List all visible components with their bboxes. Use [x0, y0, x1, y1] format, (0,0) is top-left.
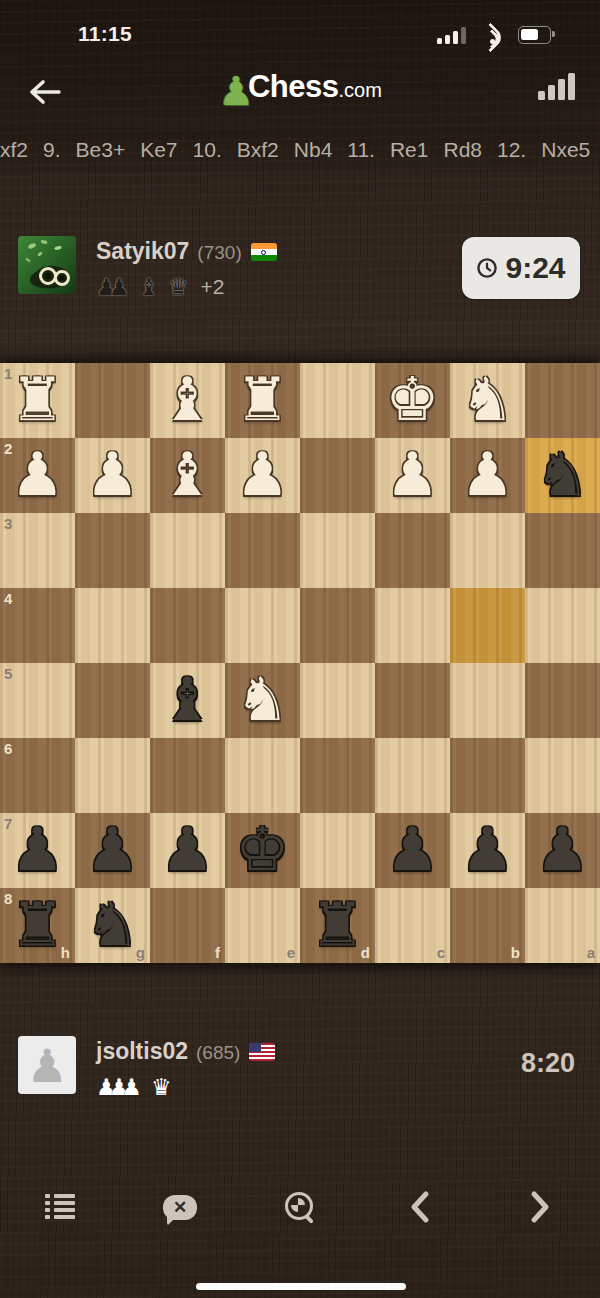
square-a6[interactable]	[525, 738, 600, 813]
chat-disabled-icon[interactable]: ✕	[150, 1182, 210, 1232]
square-c8[interactable]: c	[375, 888, 450, 963]
move-token[interactable]: Nxe5	[541, 138, 590, 162]
square-c2[interactable]: ♟	[375, 438, 450, 513]
square-f5[interactable]: ♝	[150, 663, 225, 738]
move-token[interactable]: Bxf2	[237, 138, 279, 162]
file-label-h: h	[61, 944, 70, 961]
square-d6[interactable]	[300, 738, 375, 813]
clock-bottom-time: 8:20	[521, 1048, 575, 1079]
rank-label-7: 7	[4, 815, 12, 832]
square-f6[interactable]	[150, 738, 225, 813]
square-h3[interactable]: 3	[0, 513, 75, 588]
chess-app-screen: 11:15 ♟Chess.com xf29.Be3+Ke710.Bxf2Nb41…	[0, 0, 600, 1298]
avatar-top[interactable]	[18, 236, 76, 294]
square-b4[interactable]	[450, 588, 525, 663]
move-token[interactable]: Re1	[390, 138, 429, 162]
black-knight-a2[interactable]: ♞	[525, 438, 600, 511]
previous-move-icon[interactable]	[390, 1182, 450, 1232]
player-top-rating: (730)	[197, 242, 241, 263]
square-c7[interactable]: ♟	[375, 813, 450, 888]
chesscom-logo: ♟Chess.com	[0, 68, 600, 114]
move-token[interactable]: Ke7	[140, 138, 177, 162]
clock-icon	[476, 257, 498, 279]
india-flag-icon	[251, 243, 277, 261]
square-g1[interactable]	[75, 363, 150, 438]
square-b5[interactable]	[450, 663, 525, 738]
square-f4[interactable]	[150, 588, 225, 663]
square-c3[interactable]	[375, 513, 450, 588]
player-top-name[interactable]: Satyik07	[96, 238, 189, 264]
captured-pieces-bottom: ♟♟♟♛	[96, 1072, 172, 1102]
square-g3[interactable]	[75, 513, 150, 588]
square-g2[interactable]: ♟	[75, 438, 150, 513]
app-header: ♟Chess.com	[0, 62, 600, 122]
square-a1[interactable]	[525, 363, 600, 438]
bottom-toolbar: ✕	[0, 1182, 600, 1232]
square-b3[interactable]	[450, 513, 525, 588]
clock-top-time: 9:24	[505, 251, 565, 285]
black-bishop-f5[interactable]: ♝	[150, 663, 225, 736]
move-token[interactable]: Be3+	[76, 138, 126, 162]
square-e2[interactable]: ♟	[225, 438, 300, 513]
square-d2[interactable]	[300, 438, 375, 513]
square-e4[interactable]	[225, 588, 300, 663]
square-a5[interactable]	[525, 663, 600, 738]
player-bottom-nameline: jsoltis02(685)	[96, 1038, 275, 1065]
usa-flag-icon	[249, 1043, 275, 1061]
file-label-f: f	[215, 944, 220, 961]
rank-label-4: 4	[4, 590, 12, 607]
file-label-b: b	[511, 944, 520, 961]
square-h1[interactable]: 1♜	[0, 363, 75, 438]
rank-label-5: 5	[4, 665, 12, 682]
square-h5[interactable]: 5	[0, 663, 75, 738]
captured-pieces-top: ♟♟♝♛+2	[96, 272, 224, 302]
captured-bishop: ♝	[138, 274, 159, 300]
rank-label-1: 1	[4, 365, 12, 382]
player-bottom-rating: (685)	[196, 1042, 240, 1063]
move-token[interactable]: xf2	[0, 138, 28, 162]
captured-queen: ♛	[151, 1074, 172, 1100]
status-bar: 11:15	[0, 0, 600, 54]
next-move-icon[interactable]	[510, 1182, 570, 1232]
square-b8[interactable]: b	[450, 888, 525, 963]
player-top-nameline: Satyik07(730)	[96, 238, 277, 265]
square-b1[interactable]: ♞	[450, 363, 525, 438]
black-pawn-g7[interactable]: ♟	[75, 813, 150, 886]
connection-bars-icon[interactable]	[538, 72, 578, 102]
square-g8[interactable]: g♞	[75, 888, 150, 963]
square-e6[interactable]	[225, 738, 300, 813]
rank-label-6: 6	[4, 740, 12, 757]
square-c5[interactable]	[375, 663, 450, 738]
analysis-icon[interactable]	[270, 1182, 330, 1232]
white-rook-e1[interactable]: ♜	[225, 363, 300, 436]
square-a7[interactable]: ♟	[525, 813, 600, 888]
square-e7[interactable]: ♚	[225, 813, 300, 888]
square-g6[interactable]	[75, 738, 150, 813]
square-e8[interactable]: e	[225, 888, 300, 963]
square-e5[interactable]: ♞	[225, 663, 300, 738]
square-a4[interactable]	[525, 588, 600, 663]
default-pawn-avatar-icon: ♟	[26, 1039, 67, 1093]
square-d1[interactable]	[300, 363, 375, 438]
material-advantage: +2	[201, 275, 225, 299]
square-c1[interactable]: ♚	[375, 363, 450, 438]
black-pawn-a7[interactable]: ♟	[525, 813, 600, 886]
white-pawn-c2[interactable]: ♟	[375, 438, 450, 511]
move-token[interactable]: 12.	[497, 138, 526, 162]
captured-pawn: ♟	[121, 1074, 142, 1100]
square-d3[interactable]	[300, 513, 375, 588]
square-b7[interactable]: ♟	[450, 813, 525, 888]
move-list: xf29.Be3+Ke710.Bxf2Nb411.Re1Rd812.Nxe5Nx…	[0, 128, 600, 172]
square-h8[interactable]: 8h♜	[0, 888, 75, 963]
square-b2[interactable]: ♟	[450, 438, 525, 513]
black-pawn-b7[interactable]: ♟	[450, 813, 525, 886]
avatar-bottom[interactable]: ♟	[18, 1036, 76, 1094]
white-bishop-f1[interactable]: ♝	[150, 363, 225, 436]
square-d8[interactable]: d♜	[300, 888, 375, 963]
file-label-c: c	[437, 944, 445, 961]
black-pawn-c7[interactable]: ♟	[375, 813, 450, 886]
white-pawn-b2[interactable]: ♟	[450, 438, 525, 511]
white-pawn-g2[interactable]: ♟	[75, 438, 150, 511]
square-c4[interactable]	[375, 588, 450, 663]
rank-label-3: 3	[4, 515, 12, 532]
move-token[interactable]: 9.	[43, 138, 61, 162]
chess-board: 1♜♝♜♚♞2♟♟♝♟♟♟♞345♝♞67♟♟♟♚♟♟♟8h♜g♞fed♜cba	[0, 363, 600, 963]
square-g7[interactable]: ♟	[75, 813, 150, 888]
square-d4[interactable]	[300, 588, 375, 663]
square-h4[interactable]: 4	[0, 588, 75, 663]
cellular-signal-icon	[437, 27, 471, 44]
battery-icon	[518, 26, 556, 44]
square-f7[interactable]: ♟	[150, 813, 225, 888]
black-pawn-f7[interactable]: ♟	[150, 813, 225, 886]
square-a8[interactable]: a	[525, 888, 600, 963]
player-bottom-name[interactable]: jsoltis02	[96, 1038, 188, 1064]
square-h7[interactable]: 7♟	[0, 813, 75, 888]
white-bishop-f2[interactable]: ♝	[150, 438, 225, 511]
square-b6[interactable]	[450, 738, 525, 813]
square-e3[interactable]	[225, 513, 300, 588]
move-token[interactable]: Rd8	[443, 138, 482, 162]
file-label-a: a	[587, 944, 595, 961]
square-f1[interactable]: ♝	[150, 363, 225, 438]
white-knight-b1[interactable]: ♞	[450, 363, 525, 436]
square-f2[interactable]: ♝	[150, 438, 225, 513]
file-label-e: e	[287, 944, 295, 961]
file-label-d: d	[361, 944, 370, 961]
square-c6[interactable]	[375, 738, 450, 813]
wifi-icon	[479, 26, 507, 45]
square-g4[interactable]	[75, 588, 150, 663]
white-king-c1[interactable]: ♚	[375, 363, 450, 436]
move-list-icon[interactable]	[30, 1182, 90, 1232]
square-g5[interactable]	[75, 663, 150, 738]
player-row-top: Satyik07(730) ♟♟♝♛+2 9:24	[0, 226, 600, 322]
white-knight-e5[interactable]: ♞	[225, 663, 300, 736]
captured-queen: ♛	[168, 274, 189, 300]
square-a3[interactable]	[525, 513, 600, 588]
rank-label-8: 8	[4, 890, 12, 907]
file-label-g: g	[136, 944, 145, 961]
square-f8[interactable]: f	[150, 888, 225, 963]
home-indicator[interactable]	[196, 1283, 406, 1290]
captured-pawn: ♟	[109, 274, 130, 300]
square-h2[interactable]: 2♟	[0, 438, 75, 513]
square-h6[interactable]: 6	[0, 738, 75, 813]
move-token[interactable]: 10.	[193, 138, 222, 162]
move-token[interactable]: 11.	[347, 138, 375, 162]
status-time: 11:15	[78, 22, 132, 46]
square-e1[interactable]: ♜	[225, 363, 300, 438]
move-token[interactable]: Nb4	[294, 138, 333, 162]
square-a2[interactable]: ♞	[525, 438, 600, 513]
rank-label-2: 2	[4, 440, 12, 457]
square-d5[interactable]	[300, 663, 375, 738]
square-d7[interactable]	[300, 813, 375, 888]
white-pawn-e2[interactable]: ♟	[225, 438, 300, 511]
square-f3[interactable]	[150, 513, 225, 588]
player-row-bottom: ♟ jsoltis02(685) ♟♟♟♛ 8:20	[0, 1026, 600, 1122]
black-king-e7[interactable]: ♚	[225, 813, 300, 886]
clock-top: 9:24	[462, 237, 580, 299]
